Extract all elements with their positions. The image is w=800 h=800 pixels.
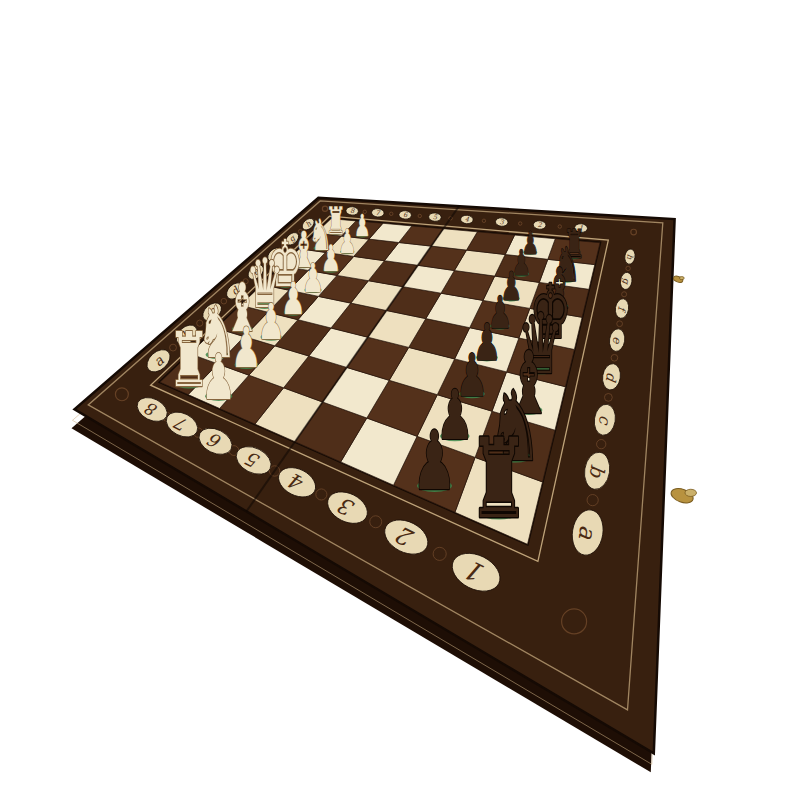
brass-clasp-1 (673, 275, 685, 283)
piece-light-pawn-a7[interactable]: ♟ (201, 340, 236, 413)
piece-glyph-pawn: ♟ (201, 340, 236, 413)
chess-set-photo: 1122334455667788aabbccddeeffgghh♜♟♞♟♟♜♝♟… (0, 0, 800, 800)
brass-clasp-2 (669, 486, 696, 506)
clasp-hook (685, 489, 697, 496)
piece-glyph-pawn: ♟ (412, 413, 457, 508)
clasp-hook (679, 277, 684, 280)
piece-dark-rook-a1[interactable]: ♜ (468, 414, 529, 543)
piece-glyph-rook: ♜ (468, 414, 529, 543)
product-photo-canvas: 1122334455667788aabbccddeeffgghh♜♟♞♟♟♜♝♟… (0, 0, 800, 800)
piece-dark-pawn-a2[interactable]: ♟ (412, 413, 457, 508)
